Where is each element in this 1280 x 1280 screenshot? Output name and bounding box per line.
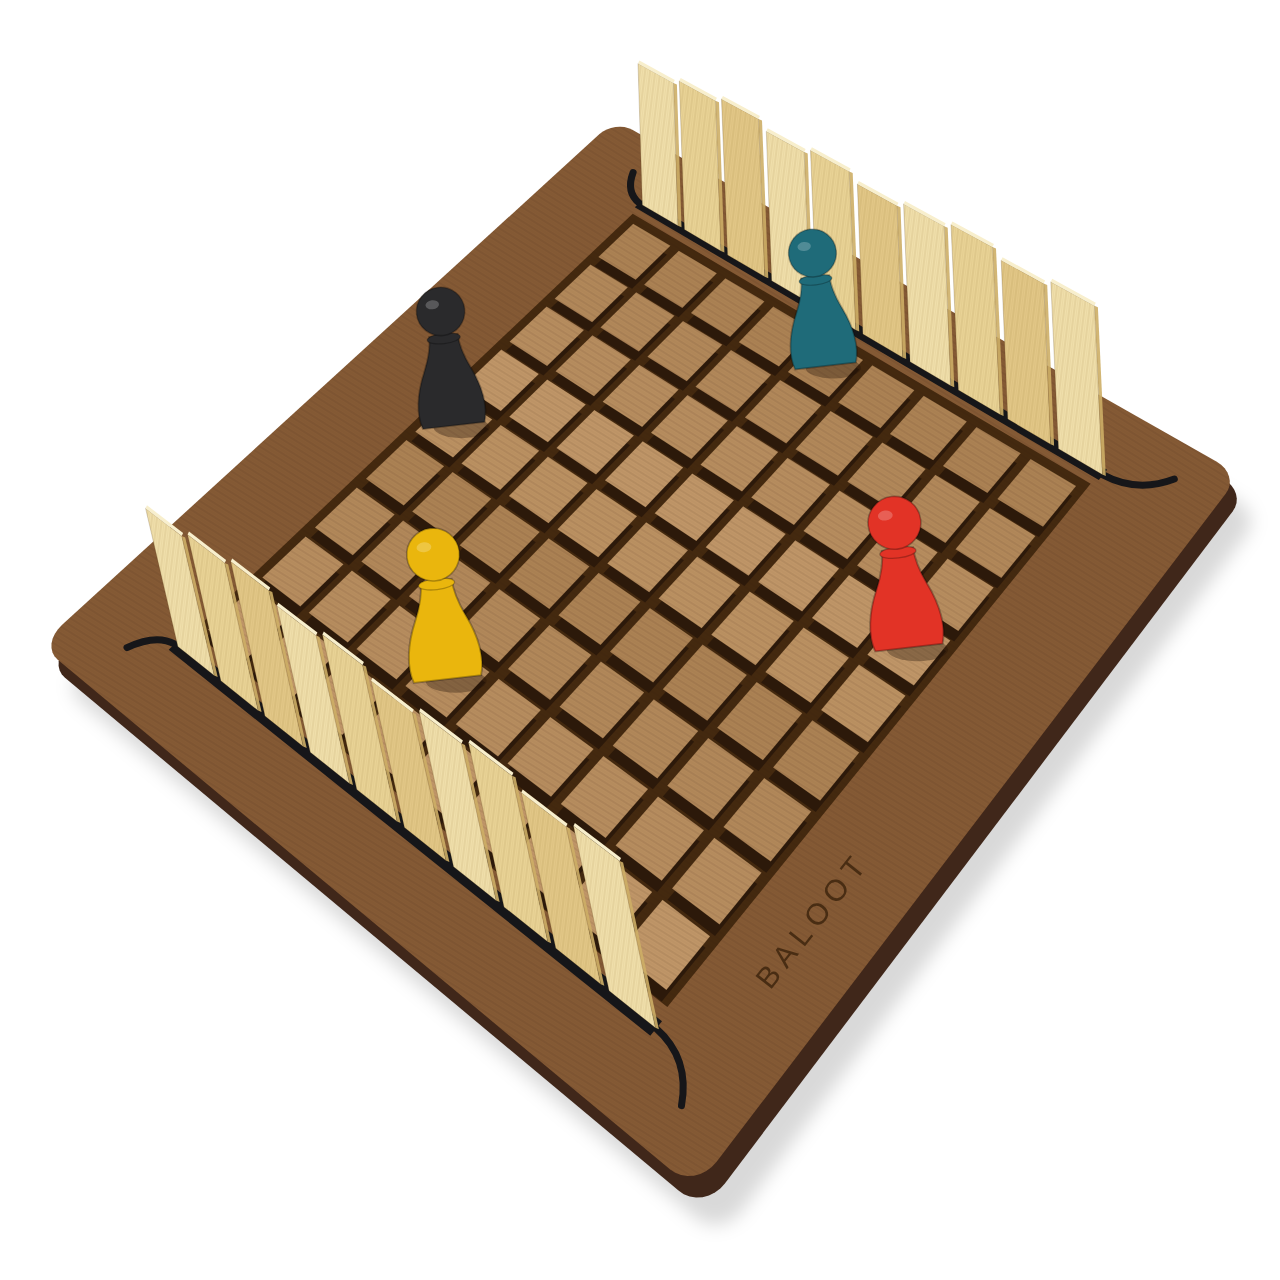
wall-top-2[interactable]: [679, 81, 721, 251]
wall-top-7[interactable]: [904, 204, 951, 386]
wall-top-10[interactable]: [1051, 282, 1103, 475]
wall-top-9[interactable]: [1001, 260, 1050, 444]
quoridor-board-scene: BALOOT: [0, 0, 1280, 1280]
wall-top-6[interactable]: [857, 184, 902, 358]
board-photo-stage: BALOOT: [0, 0, 1280, 1280]
wall-top-1[interactable]: [638, 63, 678, 225]
wall-top-8[interactable]: [951, 224, 1000, 414]
wall-top-3[interactable]: [722, 99, 765, 277]
